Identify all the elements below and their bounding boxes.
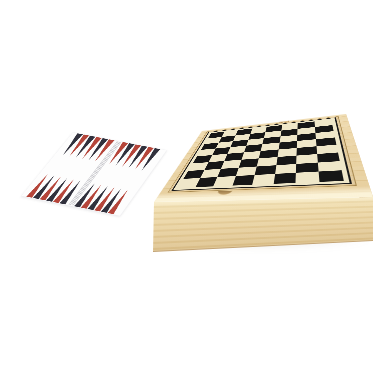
thumb-notch	[216, 191, 232, 195]
checkerboard	[171, 117, 352, 190]
backgammon-board	[21, 132, 167, 216]
board-square	[295, 172, 318, 183]
board-square	[273, 173, 296, 184]
product-photo-stage	[0, 0, 376, 376]
backgammon-mat	[21, 132, 167, 216]
lid-sliding-panel	[168, 116, 357, 192]
checkerboard-grid	[178, 120, 344, 188]
board-square	[252, 174, 275, 185]
box-lid-top	[154, 114, 373, 202]
board-square	[318, 170, 344, 182]
